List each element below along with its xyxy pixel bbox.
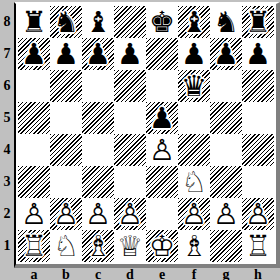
square-d6[interactable]	[114, 70, 146, 102]
square-h5[interactable]	[242, 102, 274, 134]
square-f2[interactable]: ♟♙	[178, 198, 210, 230]
square-c4[interactable]	[82, 134, 114, 166]
square-c2[interactable]: ♟♙	[82, 198, 114, 230]
square-d8[interactable]	[114, 6, 146, 38]
piece-white-pawn: ♟♙	[50, 198, 82, 230]
piece-black-pawn: ♟	[146, 102, 178, 134]
rank-label-1: 1	[0, 230, 14, 262]
file-label-b: b	[50, 267, 82, 280]
file-label-f: f	[178, 267, 210, 280]
square-h2[interactable]: ♟♙	[242, 198, 274, 230]
square-c3[interactable]	[82, 166, 114, 198]
square-c7[interactable]: ♟	[82, 38, 114, 70]
square-a5[interactable]	[18, 102, 50, 134]
file-label-e: e	[146, 267, 178, 280]
square-a2[interactable]: ♟♙	[18, 198, 50, 230]
square-d1[interactable]: ♛♕	[114, 230, 146, 262]
piece-white-pawn: ♟♙	[114, 198, 146, 230]
piece-black-pawn: ♟	[82, 38, 114, 70]
square-c6[interactable]	[82, 70, 114, 102]
square-d7[interactable]: ♟	[114, 38, 146, 70]
square-f8[interactable]: ♝	[178, 6, 210, 38]
piece-black-knight: ♞	[210, 6, 242, 38]
square-h4[interactable]	[242, 134, 274, 166]
piece-white-pawn: ♟♙	[146, 134, 178, 166]
piece-white-pawn: ♟♙	[82, 198, 114, 230]
piece-white-pawn: ♟♙	[178, 198, 210, 230]
piece-white-pawn: ♟♙	[210, 198, 242, 230]
square-g2[interactable]: ♟♙	[210, 198, 242, 230]
square-e1[interactable]: ♚♔	[146, 230, 178, 262]
square-g3[interactable]	[210, 166, 242, 198]
square-h1[interactable]: ♜♖	[242, 230, 274, 262]
square-f4[interactable]	[178, 134, 210, 166]
square-e4[interactable]: ♟♙	[146, 134, 178, 166]
square-b5[interactable]	[50, 102, 82, 134]
square-e6[interactable]	[146, 70, 178, 102]
square-f1[interactable]: ♝♗	[178, 230, 210, 262]
square-b7[interactable]: ♟	[50, 38, 82, 70]
square-a7[interactable]: ♟	[18, 38, 50, 70]
piece-black-knight: ♞	[50, 6, 82, 38]
piece-white-rook: ♜♖	[242, 230, 274, 262]
square-e5[interactable]: ♟	[146, 102, 178, 134]
piece-white-pawn: ♟♙	[18, 198, 50, 230]
piece-white-king: ♚♔	[146, 230, 178, 262]
file-labels: abcdefgh	[18, 267, 274, 280]
piece-black-pawn: ♟	[18, 38, 50, 70]
file-label-c: c	[82, 267, 114, 280]
rank-label-6: 6	[0, 70, 14, 102]
piece-white-knight: ♞♘	[50, 230, 82, 262]
piece-black-pawn: ♟	[50, 38, 82, 70]
square-h8[interactable]: ♜	[242, 6, 274, 38]
square-d5[interactable]	[114, 102, 146, 134]
rank-label-2: 2	[0, 198, 14, 230]
piece-white-bishop: ♝♗	[82, 230, 114, 262]
square-b3[interactable]	[50, 166, 82, 198]
piece-white-pawn: ♟♙	[242, 198, 274, 230]
rank-label-4: 4	[0, 134, 14, 166]
piece-black-pawn: ♟	[242, 38, 274, 70]
file-label-d: d	[114, 267, 146, 280]
rank-label-5: 5	[0, 102, 14, 134]
square-g5[interactable]	[210, 102, 242, 134]
square-f7[interactable]: ♟	[178, 38, 210, 70]
piece-white-bishop: ♝♗	[178, 230, 210, 262]
square-a3[interactable]	[18, 166, 50, 198]
piece-white-knight: ♞♘	[178, 166, 210, 198]
square-h7[interactable]: ♟	[242, 38, 274, 70]
piece-black-rook: ♜	[242, 6, 274, 38]
board: ♜♞♝♚♝♞♜♟♟♟♟♟♟♟♛♟♟♙♞♘♟♙♟♙♟♙♟♙♟♙♟♙♟♙♜♖♞♘♝♗…	[18, 6, 274, 262]
piece-black-bishop: ♝	[178, 6, 210, 38]
piece-white-rook: ♜♖	[18, 230, 50, 262]
piece-black-pawn: ♟	[114, 38, 146, 70]
square-f5[interactable]	[178, 102, 210, 134]
board-frame: ♜♞♝♚♝♞♜♟♟♟♟♟♟♟♛♟♟♙♞♘♟♙♟♙♟♙♟♙♟♙♟♙♟♙♜♖♞♘♝♗…	[14, 2, 280, 268]
piece-black-rook: ♜	[18, 6, 50, 38]
piece-black-pawn: ♟	[178, 38, 210, 70]
square-a1[interactable]: ♜♖	[18, 230, 50, 262]
piece-black-pawn: ♟	[210, 38, 242, 70]
square-b6[interactable]	[50, 70, 82, 102]
square-d2[interactable]: ♟♙	[114, 198, 146, 230]
rank-label-7: 7	[0, 38, 14, 70]
rank-labels: 87654321	[0, 6, 14, 262]
square-b1[interactable]: ♞♘	[50, 230, 82, 262]
square-e8[interactable]: ♚	[146, 6, 178, 38]
square-g8[interactable]: ♞	[210, 6, 242, 38]
square-a4[interactable]	[18, 134, 50, 166]
square-d4[interactable]	[114, 134, 146, 166]
chess-diagram: 87654321 ♜♞♝♚♝♞♜♟♟♟♟♟♟♟♛♟♟♙♞♘♟♙♟♙♟♙♟♙♟♙♟…	[0, 0, 280, 280]
piece-black-king: ♚	[146, 6, 178, 38]
square-c8[interactable]: ♝	[82, 6, 114, 38]
square-e7[interactable]	[146, 38, 178, 70]
square-a8[interactable]: ♜	[18, 6, 50, 38]
square-c1[interactable]: ♝♗	[82, 230, 114, 262]
piece-black-queen: ♛	[178, 70, 210, 102]
square-d3[interactable]	[114, 166, 146, 198]
file-label-a: a	[18, 267, 50, 280]
rank-label-3: 3	[0, 166, 14, 198]
rank-label-8: 8	[0, 6, 14, 38]
square-g6[interactable]	[210, 70, 242, 102]
square-e3[interactable]	[146, 166, 178, 198]
square-c5[interactable]	[82, 102, 114, 134]
file-label-g: g	[210, 267, 242, 280]
square-h6[interactable]	[242, 70, 274, 102]
square-h3[interactable]	[242, 166, 274, 198]
piece-black-bishop: ♝	[82, 6, 114, 38]
square-g4[interactable]	[210, 134, 242, 166]
file-label-h: h	[242, 267, 274, 280]
square-f6[interactable]: ♛	[178, 70, 210, 102]
square-b2[interactable]: ♟♙	[50, 198, 82, 230]
square-e2[interactable]	[146, 198, 178, 230]
square-g7[interactable]: ♟	[210, 38, 242, 70]
square-b8[interactable]: ♞	[50, 6, 82, 38]
square-b4[interactable]	[50, 134, 82, 166]
square-g1[interactable]	[210, 230, 242, 262]
piece-white-queen: ♛♕	[114, 230, 146, 262]
square-a6[interactable]	[18, 70, 50, 102]
square-f3[interactable]: ♞♘	[178, 166, 210, 198]
